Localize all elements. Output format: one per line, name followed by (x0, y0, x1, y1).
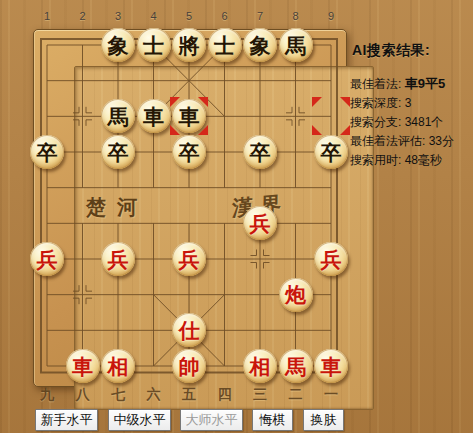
piece-red-相-c3r10[interactable]: 相 (101, 349, 135, 383)
file-label-top-9: 9 (321, 10, 341, 22)
piece-red-馬-c8r10[interactable]: 馬 (279, 349, 313, 383)
piece-red-兵-c3r7[interactable]: 兵 (101, 242, 135, 276)
file-label-top-1: 1 (37, 10, 57, 22)
file-label-top-6: 6 (215, 10, 235, 22)
change-skin-button[interactable]: 换肤 (303, 409, 344, 431)
piece-black-象-c7r1[interactable]: 象 (243, 28, 277, 62)
master-level-button[interactable]: 大师水平 (180, 409, 243, 431)
piece-red-兵-c1r7[interactable]: 兵 (30, 242, 64, 276)
undo-button[interactable]: 悔棋 (252, 409, 293, 431)
piece-black-卒-c9r4[interactable]: 卒 (314, 135, 348, 169)
piece-black-象-c3r1[interactable]: 象 (101, 28, 135, 62)
file-label-top-4: 4 (144, 10, 164, 22)
ai-result-line: 搜索分支: 3481个 (350, 113, 472, 132)
file-label-top-8: 8 (286, 10, 306, 22)
rank-label-bottom-8: 八 (72, 386, 94, 404)
intermediate-level-button[interactable]: 中级水平 (108, 409, 171, 431)
piece-red-帥-c5r10[interactable]: 帥 (172, 349, 206, 383)
rank-label-bottom-2: 二 (285, 386, 307, 404)
piece-black-士-c4r1[interactable]: 士 (137, 28, 171, 62)
piece-black-士-c6r1[interactable]: 士 (208, 28, 242, 62)
ai-result-line: 最佳着法评估: 33分 (350, 132, 472, 151)
piece-red-車-c9r10[interactable]: 車 (314, 349, 348, 383)
rank-label-bottom-5: 五 (178, 386, 200, 404)
ai-result-line: 最佳着法: 車9平5 (350, 74, 472, 94)
piece-red-車-c2r10[interactable]: 車 (66, 349, 100, 383)
piece-black-卒-c5r4[interactable]: 卒 (172, 135, 206, 169)
file-label-top-3: 3 (108, 10, 128, 22)
piece-black-卒-c7r4[interactable]: 卒 (243, 135, 277, 169)
file-label-top-2: 2 (73, 10, 93, 22)
rank-label-bottom-7: 七 (107, 386, 129, 404)
piece-black-將-c5r1[interactable]: 將 (172, 28, 206, 62)
file-label-top-5: 5 (179, 10, 199, 22)
piece-black-馬-c8r1[interactable]: 馬 (279, 28, 313, 62)
piece-black-卒-c1r4[interactable]: 卒 (30, 135, 64, 169)
rank-label-bottom-9: 九 (36, 386, 58, 404)
ai-result-line: 搜索深度: 3 (350, 94, 472, 113)
piece-black-車-c4r3[interactable]: 車 (137, 99, 171, 133)
piece-red-炮-c8r8[interactable]: 炮 (279, 278, 313, 312)
piece-red-相-c7r10[interactable]: 相 (243, 349, 277, 383)
rank-label-bottom-4: 四 (214, 386, 236, 404)
ai-results-panel: AI搜索结果: 最佳着法: 車9平5搜索深度: 3搜索分支: 3481个最佳着法… (350, 42, 472, 170)
rank-label-bottom-3: 三 (249, 386, 271, 404)
novice-level-button[interactable]: 新手水平 (35, 409, 98, 431)
piece-black-卒-c3r4[interactable]: 卒 (101, 135, 135, 169)
file-label-top-7: 7 (250, 10, 270, 22)
river-label-chu-he: 楚河 (86, 194, 148, 221)
piece-red-兵-c5r7[interactable]: 兵 (172, 242, 206, 276)
rank-label-bottom-6: 六 (143, 386, 165, 404)
ai-result-line: 搜索用时: 48毫秒 (350, 151, 472, 170)
ai-results-title: AI搜索结果: (352, 42, 472, 60)
piece-red-兵-c9r7[interactable]: 兵 (314, 242, 348, 276)
rank-label-bottom-1: 一 (320, 386, 342, 404)
xiangqi-app: 楚河 漢界 AI搜索结果: 最佳着法: 車9平5搜索深度: 3搜索分支: 348… (0, 0, 473, 433)
